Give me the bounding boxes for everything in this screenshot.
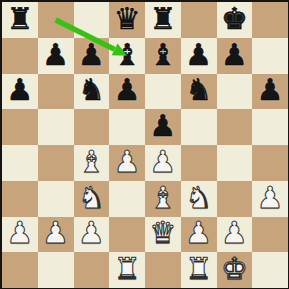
white-pawn-h3[interactable]: ♟ xyxy=(257,183,284,213)
square-g1[interactable]: ♚ xyxy=(217,252,253,288)
square-h4[interactable] xyxy=(252,145,288,181)
square-d6[interactable]: ♟ xyxy=(109,74,145,110)
square-c6[interactable]: ♞ xyxy=(74,74,110,110)
white-pawn-d4[interactable]: ♟ xyxy=(114,147,141,177)
square-d3[interactable] xyxy=(109,181,145,217)
square-e8[interactable]: ♜ xyxy=(145,2,181,38)
black-queen-d8[interactable]: ♛ xyxy=(114,4,141,34)
white-queen-e2[interactable]: ♛ xyxy=(149,218,176,248)
white-pawn-g2[interactable]: ♟ xyxy=(221,218,248,248)
square-f4[interactable] xyxy=(181,145,217,181)
square-b8[interactable] xyxy=(38,2,74,38)
square-g5[interactable] xyxy=(217,109,253,145)
white-pawn-e4[interactable]: ♟ xyxy=(149,147,176,177)
square-h5[interactable] xyxy=(252,109,288,145)
square-c3[interactable]: ♞ xyxy=(74,181,110,217)
square-f1[interactable]: ♜ xyxy=(181,252,217,288)
square-g7[interactable]: ♟ xyxy=(217,38,253,74)
black-bishop-d7[interactable]: ♝ xyxy=(114,40,141,70)
black-pawn-f7[interactable]: ♟ xyxy=(185,40,212,70)
white-rook-d1[interactable]: ♜ xyxy=(114,254,141,284)
square-a7[interactable] xyxy=(2,38,38,74)
square-f6[interactable]: ♞ xyxy=(181,74,217,110)
black-rook-e8[interactable]: ♜ xyxy=(149,4,176,34)
square-b4[interactable] xyxy=(38,145,74,181)
board-grid: ♜♛♜♚♟♟♝♝♟♟♟♞♟♞♟♟♝♟♟♞♝♞♟♟♟♟♛♟♟♜♜♚ xyxy=(2,2,288,288)
square-h7[interactable] xyxy=(252,38,288,74)
square-c1[interactable] xyxy=(74,252,110,288)
square-c8[interactable] xyxy=(74,2,110,38)
square-f3[interactable]: ♞ xyxy=(181,181,217,217)
black-knight-f6[interactable]: ♞ xyxy=(185,75,212,105)
square-b5[interactable] xyxy=(38,109,74,145)
square-h8[interactable] xyxy=(252,2,288,38)
square-a5[interactable] xyxy=(2,109,38,145)
white-pawn-f2[interactable]: ♟ xyxy=(185,218,212,248)
square-h6[interactable]: ♟ xyxy=(252,74,288,110)
white-king-g1[interactable]: ♚ xyxy=(221,254,248,284)
square-g2[interactable]: ♟ xyxy=(217,217,253,253)
square-b3[interactable] xyxy=(38,181,74,217)
white-pawn-a2[interactable]: ♟ xyxy=(6,218,33,248)
square-h3[interactable]: ♟ xyxy=(252,181,288,217)
square-e7[interactable]: ♝ xyxy=(145,38,181,74)
white-bishop-e3[interactable]: ♝ xyxy=(149,183,176,213)
square-f5[interactable] xyxy=(181,109,217,145)
square-b7[interactable]: ♟ xyxy=(38,38,74,74)
square-a4[interactable] xyxy=(2,145,38,181)
square-c4[interactable]: ♝ xyxy=(74,145,110,181)
square-a6[interactable]: ♟ xyxy=(2,74,38,110)
black-knight-c6[interactable]: ♞ xyxy=(78,75,105,105)
square-g8[interactable]: ♚ xyxy=(217,2,253,38)
square-e3[interactable]: ♝ xyxy=(145,181,181,217)
white-knight-c3[interactable]: ♞ xyxy=(78,183,105,213)
black-pawn-a6[interactable]: ♟ xyxy=(6,75,33,105)
square-d8[interactable]: ♛ xyxy=(109,2,145,38)
black-pawn-d6[interactable]: ♟ xyxy=(114,75,141,105)
square-f2[interactable]: ♟ xyxy=(181,217,217,253)
black-pawn-c7[interactable]: ♟ xyxy=(78,40,105,70)
black-king-g8[interactable]: ♚ xyxy=(221,4,248,34)
square-a2[interactable]: ♟ xyxy=(2,217,38,253)
square-a3[interactable] xyxy=(2,181,38,217)
black-rook-a8[interactable]: ♜ xyxy=(6,4,33,34)
square-d7[interactable]: ♝ xyxy=(109,38,145,74)
white-knight-f3[interactable]: ♞ xyxy=(185,183,212,213)
square-d1[interactable]: ♜ xyxy=(109,252,145,288)
square-g4[interactable] xyxy=(217,145,253,181)
black-pawn-b7[interactable]: ♟ xyxy=(42,40,69,70)
square-g3[interactable] xyxy=(217,181,253,217)
white-bishop-c4[interactable]: ♝ xyxy=(78,147,105,177)
square-b2[interactable]: ♟ xyxy=(38,217,74,253)
square-e4[interactable]: ♟ xyxy=(145,145,181,181)
black-pawn-e5[interactable]: ♟ xyxy=(149,111,176,141)
square-h2[interactable] xyxy=(252,217,288,253)
white-rook-f1[interactable]: ♜ xyxy=(185,254,212,284)
square-a1[interactable] xyxy=(2,252,38,288)
white-pawn-c2[interactable]: ♟ xyxy=(78,218,105,248)
square-e2[interactable]: ♛ xyxy=(145,217,181,253)
square-d4[interactable]: ♟ xyxy=(109,145,145,181)
square-c7[interactable]: ♟ xyxy=(74,38,110,74)
square-e1[interactable] xyxy=(145,252,181,288)
square-d2[interactable] xyxy=(109,217,145,253)
square-c2[interactable]: ♟ xyxy=(74,217,110,253)
black-pawn-g7[interactable]: ♟ xyxy=(221,40,248,70)
white-pawn-b2[interactable]: ♟ xyxy=(42,218,69,248)
square-b1[interactable] xyxy=(38,252,74,288)
black-pawn-h6[interactable]: ♟ xyxy=(257,75,284,105)
square-e5[interactable]: ♟ xyxy=(145,109,181,145)
square-g6[interactable] xyxy=(217,74,253,110)
square-f8[interactable] xyxy=(181,2,217,38)
square-b6[interactable] xyxy=(38,74,74,110)
square-f7[interactable]: ♟ xyxy=(181,38,217,74)
chess-board: ♜♛♜♚♟♟♝♝♟♟♟♞♟♞♟♟♝♟♟♞♝♞♟♟♟♟♛♟♟♜♜♚ xyxy=(0,0,289,289)
square-a8[interactable]: ♜ xyxy=(2,2,38,38)
square-d5[interactable] xyxy=(109,109,145,145)
black-bishop-e7[interactable]: ♝ xyxy=(149,40,176,70)
square-c5[interactable] xyxy=(74,109,110,145)
square-e6[interactable] xyxy=(145,74,181,110)
square-h1[interactable] xyxy=(252,252,288,288)
